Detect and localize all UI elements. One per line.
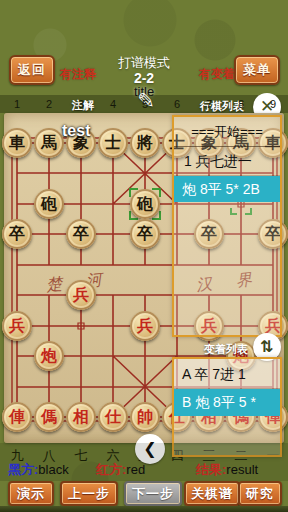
file-number-top: 6 [167,98,187,110]
xiangqi-piece-red[interactable]: 兵 [130,311,160,341]
xiangqi-piece-black[interactable]: 將 [130,128,160,158]
move-list-panel: ===开始===1 兵七进一炮 8平 5* 2B [172,115,282,337]
control-button-5[interactable]: 研究 [238,481,282,506]
xiangqi-piece-red[interactable]: 傌 [34,402,64,432]
black-side-label: 黑方:black [8,461,69,479]
variation-list-header: 变着列表 [204,342,248,357]
has-variation-tag: 有变着 [199,66,235,83]
annotation-text: test [62,122,90,140]
xiangqi-study-app: 返回 有注释 打谱模式 2-2 有变着 菜单 title 注解 ✎ 行棋列表 ✕… [0,0,288,512]
move-list-item[interactable]: ===开始=== [174,117,280,147]
menu-button[interactable]: 菜单 [234,55,280,85]
xiangqi-piece-black[interactable]: 士 [98,128,128,158]
xiangqi-piece-black[interactable]: 砲 [130,189,160,219]
variation-item[interactable]: B 炮 8平 5 * [174,389,280,416]
file-number-top: 7 [199,98,219,110]
control-button-2[interactable]: 上一步 [60,481,118,506]
xiangqi-piece-black[interactable]: 卒 [66,219,96,249]
swap-arrows-icon: ⇅ [260,338,273,355]
xiangqi-piece-black[interactable]: 卒 [130,219,160,249]
bottom-strip [0,506,288,512]
xiangqi-piece-black[interactable]: 車 [2,128,32,158]
file-number-top: 5 [135,98,155,110]
xiangqi-piece-red[interactable]: 兵 [2,311,32,341]
control-button-3[interactable]: 下一步 [124,481,182,506]
black-label: 黑方: [8,462,38,477]
file-number-top: 8 [231,98,251,110]
xiangqi-piece-black[interactable]: 卒 [2,219,32,249]
file-number-top: 3 [71,98,91,110]
xiangqi-piece-red[interactable]: 兵 [66,280,96,310]
xiangqi-piece-black[interactable]: 砲 [34,189,64,219]
black-value: black [38,462,68,477]
xiangqi-piece-red[interactable]: 仕 [98,402,128,432]
xiangqi-piece-black[interactable]: 馬 [34,128,64,158]
xiangqi-piece-red[interactable]: 炮 [34,341,64,371]
control-button-1[interactable]: 演示 [8,481,54,506]
variation-list-panel: A 卒 7进 1B 炮 8平 5 * [172,357,282,457]
red-side-label: 红方:red [96,461,145,479]
file-number-top: 1 [7,98,27,110]
file-number-top: 4 [103,98,123,110]
move-list-item[interactable]: 炮 8平 5* 2B [174,176,280,202]
variation-item[interactable]: A 卒 7进 1 [174,359,280,389]
xiangqi-piece-red[interactable]: 帥 [130,402,160,432]
file-number-top: 2 [39,98,59,110]
red-label: 红方: [96,462,126,477]
xiangqi-piece-red[interactable]: 俥 [2,402,32,432]
red-value: red [126,462,145,477]
file-number-top: 9 [263,98,283,110]
move-list-item[interactable]: 1 兵七进一 [174,147,280,176]
result-label: 结果: [196,462,226,477]
control-button-4[interactable]: 关棋谱 [184,481,240,506]
result-label-group: 结果:result [196,461,258,479]
xiangqi-piece-red[interactable]: 相 [66,402,96,432]
result-value: result [226,462,258,477]
